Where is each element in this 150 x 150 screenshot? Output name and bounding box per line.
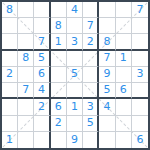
- cell-r2c3[interactable]: [34, 18, 50, 34]
- cell-r5c4[interactable]: [51, 67, 67, 83]
- cell-r9c4[interactable]: [51, 132, 67, 148]
- cell-r3c5[interactable]: 3: [67, 34, 83, 50]
- cell-r2c9[interactable]: [132, 18, 148, 34]
- cell-r5c9[interactable]: 3: [132, 67, 148, 83]
- cell-r1c1[interactable]: 8: [2, 2, 18, 18]
- cell-r8c8[interactable]: [116, 116, 132, 132]
- cell-r5c6[interactable]: [83, 67, 99, 83]
- cell-r8c7[interactable]: [99, 116, 115, 132]
- cell-r5c3[interactable]: 6: [34, 67, 50, 83]
- cell-r2c4[interactable]: 8: [51, 18, 67, 34]
- cell-r1c7[interactable]: [99, 2, 115, 18]
- cell-r7c8[interactable]: [116, 99, 132, 115]
- cell-r4c8[interactable]: 1: [116, 51, 132, 67]
- cell-r4c4[interactable]: [51, 51, 67, 67]
- cell-r8c5[interactable]: [67, 116, 83, 132]
- cell-r8c4[interactable]: 2: [51, 116, 67, 132]
- cell-r4c3[interactable]: 5: [34, 51, 50, 67]
- cell-r9c9[interactable]: 6: [132, 132, 148, 148]
- cell-r4c6[interactable]: [83, 51, 99, 67]
- cell-r3c1[interactable]: [2, 34, 18, 50]
- sudoku-board: 847877132885712659374562613425196: [0, 0, 150, 150]
- cell-r4c2[interactable]: 8: [18, 51, 34, 67]
- cell-r7c1[interactable]: [2, 99, 18, 115]
- cell-r6c9[interactable]: [132, 83, 148, 99]
- cell-r8c1[interactable]: [2, 116, 18, 132]
- cell-r2c2[interactable]: [18, 18, 34, 34]
- cell-r1c4[interactable]: [51, 2, 67, 18]
- cell-r2c7[interactable]: [99, 18, 115, 34]
- cell-r3c7[interactable]: 8: [99, 34, 115, 50]
- cell-r9c3[interactable]: [34, 132, 50, 148]
- cell-r3c9[interactable]: [132, 34, 148, 50]
- cell-r9c1[interactable]: 1: [2, 132, 18, 148]
- cell-r8c3[interactable]: [34, 116, 50, 132]
- cell-r5c7[interactable]: 9: [99, 67, 115, 83]
- cell-r9c8[interactable]: [116, 132, 132, 148]
- cell-r2c6[interactable]: 7: [83, 18, 99, 34]
- cell-r7c2[interactable]: [18, 99, 34, 115]
- cell-r7c7[interactable]: 4: [99, 99, 115, 115]
- cell-r2c5[interactable]: [67, 18, 83, 34]
- cell-r5c1[interactable]: 2: [2, 67, 18, 83]
- cell-r8c9[interactable]: [132, 116, 148, 132]
- cell-r1c2[interactable]: [18, 2, 34, 18]
- cell-r6c3[interactable]: 4: [34, 83, 50, 99]
- cell-r5c8[interactable]: [116, 67, 132, 83]
- cell-r1c3[interactable]: [34, 2, 50, 18]
- cell-r2c8[interactable]: [116, 18, 132, 34]
- cell-r3c4[interactable]: 1: [51, 34, 67, 50]
- cell-r2c1[interactable]: [2, 18, 18, 34]
- cell-r4c7[interactable]: 7: [99, 51, 115, 67]
- cell-r7c4[interactable]: 6: [51, 99, 67, 115]
- cell-r8c6[interactable]: 5: [83, 116, 99, 132]
- cell-r6c1[interactable]: [2, 83, 18, 99]
- cell-r6c2[interactable]: 7: [18, 83, 34, 99]
- cell-r1c8[interactable]: [116, 2, 132, 18]
- cell-r4c1[interactable]: [2, 51, 18, 67]
- cell-r4c9[interactable]: [132, 51, 148, 67]
- cell-r9c5[interactable]: 9: [67, 132, 83, 148]
- cell-r3c3[interactable]: 7: [34, 34, 50, 50]
- cell-r6c7[interactable]: 5: [99, 83, 115, 99]
- cell-r1c6[interactable]: [83, 2, 99, 18]
- cell-r5c5[interactable]: 5: [67, 67, 83, 83]
- cell-r6c5[interactable]: [67, 83, 83, 99]
- cell-r1c9[interactable]: 7: [132, 2, 148, 18]
- cell-r7c5[interactable]: 1: [67, 99, 83, 115]
- cell-r7c9[interactable]: [132, 99, 148, 115]
- cell-r3c8[interactable]: [116, 34, 132, 50]
- cell-r7c3[interactable]: 2: [34, 99, 50, 115]
- cell-r3c6[interactable]: 2: [83, 34, 99, 50]
- cell-r9c7[interactable]: [99, 132, 115, 148]
- cell-r6c8[interactable]: 6: [116, 83, 132, 99]
- cell-r9c6[interactable]: [83, 132, 99, 148]
- cell-r5c2[interactable]: [18, 67, 34, 83]
- cell-r1c5[interactable]: 4: [67, 2, 83, 18]
- cell-r9c2[interactable]: [18, 132, 34, 148]
- cell-r6c6[interactable]: [83, 83, 99, 99]
- cell-r4c5[interactable]: [67, 51, 83, 67]
- sudoku-grid: 847877132885712659374562613425196: [2, 2, 148, 148]
- cell-r3c2[interactable]: [18, 34, 34, 50]
- cell-r7c6[interactable]: 3: [83, 99, 99, 115]
- cell-r6c4[interactable]: [51, 83, 67, 99]
- cell-r8c2[interactable]: [18, 116, 34, 132]
